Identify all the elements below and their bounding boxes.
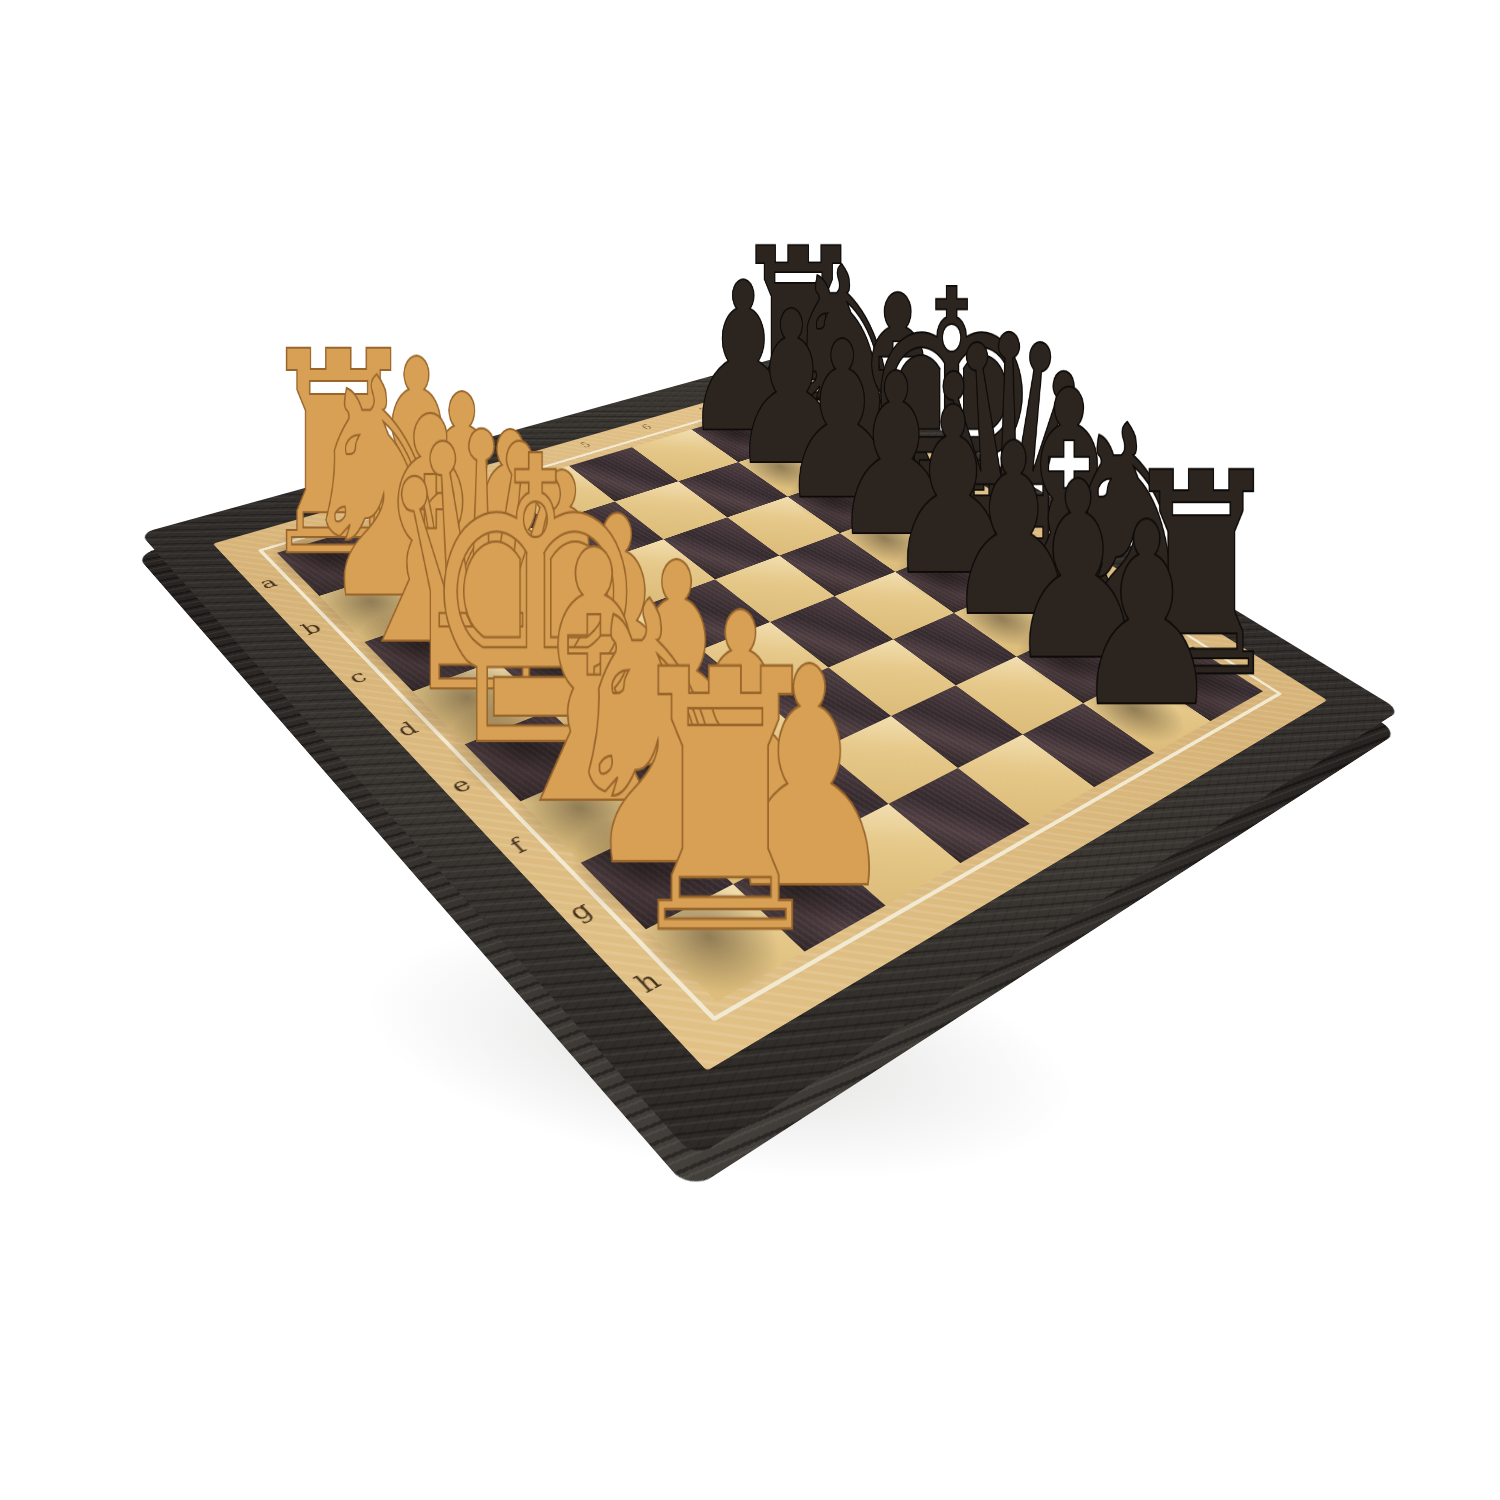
product-photo-canvas: a8b7c6d5e4f3g2h1 ♜♞♟♝♟♚♟♛♟♝♟♞♟♟♜♟♟♜♟♟♞♟♝… <box>0 0 1500 1500</box>
